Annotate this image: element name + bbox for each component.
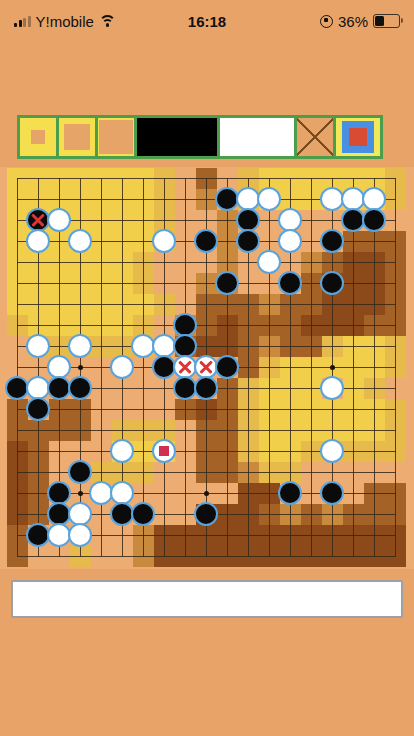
white-stone-button[interactable] [217,115,297,159]
territory-light-button[interactable] [17,115,59,159]
white-stone[interactable] [320,439,344,463]
white-stone[interactable] [152,439,176,463]
white-stone[interactable] [278,229,302,253]
black-stone[interactable] [278,481,302,505]
black-stone[interactable] [320,229,344,253]
white-stone[interactable] [26,229,50,253]
black-stone[interactable] [194,229,218,253]
marker-button[interactable] [333,115,383,159]
app-screen: Y!mobile 16:18 36% [0,0,414,736]
marker-red-square [349,128,367,146]
white-stone[interactable] [110,439,134,463]
orientation-lock-icon [320,15,333,28]
go-board[interactable] [0,167,414,569]
star-point [78,491,83,496]
battery-icon [373,14,400,28]
white-stone[interactable] [47,208,71,232]
territory-strong-button[interactable] [95,115,137,159]
black-stone[interactable] [215,271,239,295]
star-point [78,365,83,370]
white-stone[interactable] [68,523,92,547]
black-stone[interactable] [215,355,239,379]
black-stone[interactable] [68,460,92,484]
black-stone[interactable] [320,271,344,295]
clock-label: 16:18 [0,13,414,30]
white-stone[interactable] [257,250,281,274]
white-stone[interactable] [26,334,50,358]
white-stone[interactable] [152,229,176,253]
white-stone[interactable] [110,355,134,379]
white-stone[interactable] [68,229,92,253]
star-point [204,491,209,496]
black-stone[interactable] [320,481,344,505]
black-stone[interactable] [68,376,92,400]
white-stone[interactable] [68,334,92,358]
swatch-inner-square [64,124,90,150]
status-bar: Y!mobile 16:18 36% [0,0,414,42]
black-stone[interactable] [236,229,260,253]
white-stone[interactable] [320,376,344,400]
star-point [330,365,335,370]
white-stone[interactable] [257,187,281,211]
black-stone[interactable] [131,502,155,526]
black-stone[interactable] [362,208,386,232]
black-stone[interactable] [194,502,218,526]
marker-blue-square [342,121,374,153]
black-stone[interactable] [194,376,218,400]
clear-x-button[interactable] [294,115,336,159]
swatch-inner-square [31,130,45,144]
territory-medium-button[interactable] [56,115,98,159]
black-stone[interactable] [26,397,50,421]
swatch-inner-square [99,120,133,154]
comment-input[interactable] [11,580,403,618]
black-stone[interactable] [278,271,302,295]
tool-palette [17,115,383,159]
black-stone-button[interactable] [134,115,220,159]
